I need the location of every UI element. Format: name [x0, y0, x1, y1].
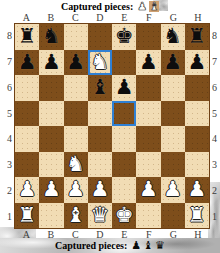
square-d3[interactable] [88, 152, 112, 178]
square-f3[interactable] [136, 152, 160, 178]
square-c2[interactable]: ♟ [64, 177, 88, 203]
square-a6[interactable] [15, 75, 39, 101]
piece-white-pawn: ♟ [42, 179, 61, 200]
piece-white-rook: ♜ [187, 205, 206, 226]
file-label: A [23, 12, 30, 23]
file-label: D [96, 12, 103, 23]
file-labels-top: ABCDEFGH [14, 12, 210, 23]
square-d5[interactable] [88, 101, 112, 127]
square-b5[interactable] [39, 101, 63, 127]
rank-labels-left: 87654321 [0, 23, 12, 229]
square-c6[interactable] [64, 75, 88, 101]
square-d8[interactable] [88, 24, 112, 50]
captured-white-bishop-icon: ♝ [149, 1, 159, 12]
piece-white-king: ♚ [115, 205, 134, 226]
square-f4[interactable] [136, 126, 160, 152]
square-c8[interactable] [64, 24, 88, 50]
square-d7[interactable]: ♞ [88, 50, 112, 76]
square-d2[interactable]: ♟ [88, 177, 112, 203]
square-h5[interactable] [185, 101, 209, 127]
piece-black-knight: ♞ [163, 26, 182, 47]
square-c7[interactable]: ♟ [64, 50, 88, 76]
rank-label: 3 [7, 159, 12, 170]
piece-black-pawn: ♟ [66, 52, 85, 73]
file-label: G [170, 12, 177, 23]
rank-label: 8 [212, 30, 217, 41]
square-d1[interactable]: ♛ [88, 203, 112, 229]
square-e6[interactable]: ♟ [112, 75, 136, 101]
rank-label: 5 [212, 108, 217, 119]
square-g1[interactable] [161, 203, 185, 229]
captured-black-pawn-icon: ♟ [131, 240, 141, 251]
rank-label: 1 [7, 211, 12, 222]
square-b8[interactable]: ♞ [39, 24, 63, 50]
square-h7[interactable]: ♟ [185, 50, 209, 76]
square-e1[interactable]: ♚ [112, 203, 136, 229]
square-b6[interactable] [39, 75, 63, 101]
square-b2[interactable]: ♟ [39, 177, 63, 203]
piece-black-knight: ♞ [42, 26, 61, 47]
square-h2[interactable]: ♟ [185, 177, 209, 203]
square-h8[interactable]: ♜ [185, 24, 209, 50]
square-a7[interactable]: ♟ [15, 50, 39, 76]
piece-black-pawn: ♟ [187, 52, 206, 73]
captured-bottom-icons: ♟♝♛ [131, 240, 165, 251]
piece-black-rook: ♜ [187, 26, 206, 47]
captured-bottom-label: Captured pieces: [55, 240, 127, 251]
rank-label: 6 [212, 82, 217, 93]
square-a3[interactable] [15, 152, 39, 178]
square-b3[interactable] [39, 152, 63, 178]
piece-white-pawn: ♟ [139, 179, 158, 200]
piece-black-pawn: ♟ [115, 77, 134, 98]
square-a5[interactable] [15, 101, 39, 127]
rank-label: 7 [212, 56, 217, 67]
file-label: F [146, 12, 152, 23]
rank-label: 8 [7, 30, 12, 41]
captured-top-label: Captured pieces: [61, 1, 133, 12]
rank-labels-right: 87654321 [212, 23, 220, 229]
captured-black-queen-icon: ♛ [155, 240, 165, 251]
rank-label: 2 [212, 185, 217, 196]
piece-black-pawn: ♟ [42, 52, 61, 73]
square-c3[interactable]: ♞ [64, 152, 88, 178]
square-e8[interactable]: ♚ [112, 24, 136, 50]
square-f7[interactable]: ♟ [136, 50, 160, 76]
square-h6[interactable] [185, 75, 209, 101]
square-h3[interactable] [185, 152, 209, 178]
captured-white-pawn-icon: ♟ [137, 1, 147, 12]
square-f6[interactable] [136, 75, 160, 101]
square-b1[interactable] [39, 203, 63, 229]
square-e4[interactable] [112, 126, 136, 152]
piece-white-pawn: ♟ [18, 179, 37, 200]
square-e3[interactable] [112, 152, 136, 178]
file-label: H [194, 12, 201, 23]
square-h4[interactable] [185, 126, 209, 152]
square-g3[interactable] [161, 152, 185, 178]
piece-white-pawn: ♟ [66, 179, 85, 200]
rank-label: 7 [7, 56, 12, 67]
square-h1[interactable]: ♜ [185, 203, 209, 229]
square-b7[interactable]: ♟ [39, 50, 63, 76]
square-f5[interactable] [136, 101, 160, 127]
captured-top-icons: ♟♝ [137, 1, 159, 12]
square-a1[interactable]: ♜ [15, 203, 39, 229]
square-c4[interactable] [64, 126, 88, 152]
rank-label: 1 [212, 211, 217, 222]
piece-black-pawn: ♟ [139, 52, 158, 73]
rank-label: 4 [212, 133, 217, 144]
square-g5[interactable] [161, 101, 185, 127]
chess-board: ♜♞♚♞♜♟♟♟♞♟♟♟♝♟♞♟♟♟♟♟♟♟♜♝♛♚♜ [14, 23, 210, 229]
square-g8[interactable]: ♞ [161, 24, 185, 50]
piece-white-pawn: ♟ [187, 179, 206, 200]
square-g6[interactable] [161, 75, 185, 101]
piece-black-king: ♚ [115, 26, 134, 47]
captured-black-bishop-icon: ♝ [143, 240, 153, 251]
piece-white-knight: ♞ [90, 52, 109, 73]
square-f1[interactable] [136, 203, 160, 229]
piece-white-pawn: ♟ [163, 179, 182, 200]
piece-black-rook: ♜ [18, 26, 37, 47]
square-g7[interactable]: ♟ [161, 50, 185, 76]
rank-label: 4 [7, 133, 12, 144]
chess-app: Captured pieces: ♟♝ ABCDEFGH 87654321 ♜♞… [0, 0, 220, 253]
square-g4[interactable] [161, 126, 185, 152]
captured-pieces-bottom: Captured pieces: ♟♝♛ [0, 238, 220, 253]
square-d6[interactable]: ♝ [88, 75, 112, 101]
file-label: E [121, 12, 127, 23]
piece-white-bishop: ♝ [66, 205, 85, 226]
piece-white-rook: ♜ [18, 205, 37, 226]
rank-label: 6 [7, 82, 12, 93]
piece-black-bishop: ♝ [90, 77, 109, 98]
square-f8[interactable] [136, 24, 160, 50]
piece-white-queen: ♛ [90, 205, 109, 226]
rank-label: 2 [7, 185, 12, 196]
square-a8[interactable]: ♜ [15, 24, 39, 50]
square-g2[interactable]: ♟ [161, 177, 185, 203]
piece-black-pawn: ♟ [163, 52, 182, 73]
square-b4[interactable] [39, 126, 63, 152]
square-e5[interactable] [112, 101, 136, 127]
rank-label: 3 [212, 159, 217, 170]
square-a2[interactable]: ♟ [15, 177, 39, 203]
square-e7[interactable] [112, 50, 136, 76]
square-c1[interactable]: ♝ [64, 203, 88, 229]
rank-label: 5 [7, 108, 12, 119]
square-e2[interactable] [112, 177, 136, 203]
square-f2[interactable]: ♟ [136, 177, 160, 203]
piece-white-knight: ♞ [66, 154, 85, 175]
piece-black-pawn: ♟ [18, 52, 37, 73]
square-a4[interactable] [15, 126, 39, 152]
piece-white-pawn: ♟ [90, 179, 109, 200]
square-c5[interactable] [64, 101, 88, 127]
file-label: C [72, 12, 79, 23]
file-label: B [47, 12, 54, 23]
square-d4[interactable] [88, 126, 112, 152]
